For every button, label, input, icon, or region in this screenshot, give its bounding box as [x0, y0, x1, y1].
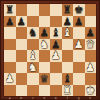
file-label-d: d — [39, 96, 51, 100]
file-label-c: c — [27, 96, 39, 100]
black-knight[interactable]: ♞ — [28, 27, 37, 39]
square-b6[interactable] — [16, 27, 28, 39]
square-c2[interactable] — [27, 73, 39, 85]
square-b2[interactable] — [16, 73, 28, 85]
square-d2[interactable]: ♛ — [39, 73, 51, 85]
square-b3[interactable] — [16, 62, 28, 74]
square-e2[interactable] — [50, 73, 62, 85]
square-a5[interactable] — [4, 39, 16, 51]
square-f4[interactable] — [62, 50, 74, 62]
white-rook[interactable]: ♜ — [63, 84, 72, 96]
square-c8[interactable] — [27, 4, 39, 16]
square-b7[interactable]: ♟ — [16, 16, 28, 28]
square-h3[interactable]: ♟ — [85, 62, 97, 74]
black-queen[interactable]: ♛ — [40, 73, 49, 85]
square-a2[interactable]: ♟ — [4, 73, 16, 85]
square-a4[interactable] — [4, 50, 16, 62]
white-pawn[interactable]: ♟ — [51, 50, 60, 62]
white-pawn[interactable]: ♟ — [74, 38, 83, 50]
white-bishop[interactable]: ♝ — [63, 27, 72, 39]
square-h5[interactable]: ♛ — [85, 39, 97, 51]
file-coordinates: abcdefgh — [4, 96, 96, 100]
square-g1[interactable] — [73, 85, 85, 97]
white-king[interactable]: ♚ — [86, 84, 95, 96]
square-g7[interactable]: ♟ — [73, 16, 85, 28]
white-queen[interactable]: ♛ — [86, 38, 95, 50]
square-a7[interactable]: ♟ — [4, 16, 16, 28]
white-knight[interactable]: ♞ — [28, 61, 37, 72]
square-f6[interactable]: ♝ — [62, 27, 74, 39]
white-pawn[interactable]: ♟ — [5, 73, 14, 85]
square-d1[interactable] — [39, 85, 51, 97]
file-label-e: e — [50, 96, 62, 100]
square-c6[interactable]: ♞ — [27, 27, 39, 39]
square-d5[interactable]: ♞ — [39, 39, 51, 51]
square-d8[interactable] — [39, 4, 51, 16]
square-h1[interactable]: ♚ — [85, 85, 97, 97]
black-pawn[interactable]: ♟ — [74, 15, 83, 27]
square-c1[interactable] — [27, 85, 39, 97]
square-f5[interactable] — [62, 39, 74, 51]
square-c3[interactable]: ♞ — [27, 62, 39, 74]
board-frame: ♜♜♚♟♟♟♟♞♟♝♝♟♞♟♟♛♝♟♞♟♟♛♝♜♚ abcdefgh — [0, 0, 100, 100]
square-e8[interactable] — [50, 4, 62, 16]
square-e1[interactable] — [50, 85, 62, 97]
square-b5[interactable] — [16, 39, 28, 51]
square-g2[interactable] — [73, 73, 85, 85]
white-pawn[interactable]: ♟ — [86, 61, 95, 72]
square-e4[interactable]: ♟ — [50, 50, 62, 62]
square-e3[interactable] — [50, 62, 62, 74]
file-label-h: h — [85, 96, 97, 100]
square-g4[interactable] — [73, 50, 85, 62]
file-label-b: b — [16, 96, 28, 100]
square-a1[interactable] — [4, 85, 16, 97]
square-b4[interactable] — [16, 50, 28, 62]
black-pawn[interactable]: ♟ — [17, 15, 26, 27]
square-d4[interactable] — [39, 50, 51, 62]
square-f1[interactable]: ♜ — [62, 85, 74, 97]
black-pawn[interactable]: ♟ — [5, 15, 14, 27]
file-label-a: a — [4, 96, 16, 100]
white-knight[interactable]: ♞ — [40, 38, 49, 50]
square-h8[interactable] — [85, 4, 97, 16]
file-label-g: g — [73, 96, 85, 100]
file-label-f: f — [62, 96, 74, 100]
chess-board: ♜♜♚♟♟♟♟♞♟♝♝♟♞♟♟♛♝♟♞♟♟♛♝♜♚ — [4, 4, 96, 96]
square-a6[interactable] — [4, 27, 16, 39]
square-g5[interactable]: ♟ — [73, 39, 85, 51]
square-b1[interactable] — [16, 85, 28, 97]
square-g3[interactable] — [73, 62, 85, 74]
